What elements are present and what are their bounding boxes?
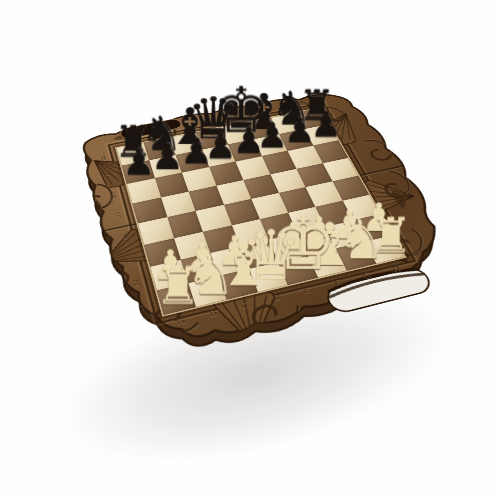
chess-case: ♜♞♝♛♚♝♞♜♟♟♟♟♟♟♟♟♟♟♟♟♟♟♟♟♜♞♝♛♚♝♞♜ 8765432…	[60, 79, 494, 399]
piece-white-rook[interactable]: ♜	[154, 261, 200, 310]
scene: ♜♞♝♛♚♝♞♜♟♟♟♟♟♟♟♟♟♟♟♟♟♟♟♟♜♞♝♛♚♝♞♜ 8765432…	[0, 0, 500, 500]
piece-black-pawn[interactable]: ♟	[180, 134, 212, 168]
piece-black-pawn[interactable]: ♟	[284, 114, 315, 147]
case-top-surface: ♜♞♝♛♚♝♞♜♟♟♟♟♟♟♟♟♟♟♟♟♟♟♟♟♜♞♝♛♚♝♞♜ 8765432…	[60, 79, 494, 399]
piece-black-pawn[interactable]: ♟	[123, 146, 156, 181]
piece-black-pawn[interactable]: ♟	[233, 124, 265, 158]
square-a1[interactable]: ♜	[157, 283, 196, 315]
piece-black-pawn[interactable]: ♟	[311, 109, 342, 142]
product-photo: ♜♞♝♛♚♝♞♜♟♟♟♟♟♟♟♟♟♟♟♟♟♟♟♟♜♞♝♛♚♝♞♜ 8765432…	[0, 0, 500, 500]
piece-black-pawn[interactable]: ♟	[152, 140, 184, 174]
